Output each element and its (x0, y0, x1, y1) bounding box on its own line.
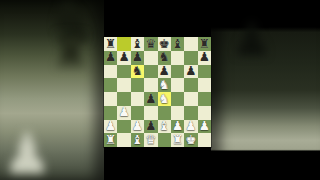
square-e5[interactable]: ♞ (158, 78, 171, 92)
piece-white-pawn: ♟ (172, 120, 183, 133)
piece-white-pawn: ♟ (185, 120, 196, 133)
square-d3[interactable] (144, 106, 157, 120)
square-f8[interactable]: ♝ (171, 37, 184, 51)
square-h6[interactable] (198, 65, 211, 79)
square-f2[interactable]: ♟ (171, 120, 184, 134)
square-f3[interactable] (171, 106, 184, 120)
square-d1[interactable]: ♛ (144, 133, 157, 147)
square-g1[interactable]: ♚ (184, 133, 197, 147)
square-h7[interactable]: ♟ (198, 51, 211, 65)
square-c6[interactable]: ♞ (131, 65, 144, 79)
square-h2[interactable]: ♟ (198, 120, 211, 134)
square-a7[interactable]: ♟ (104, 51, 117, 65)
piece-white-queen: ♛ (145, 133, 156, 146)
piece-black-queen: ♛ (145, 37, 156, 50)
square-g6[interactable]: ♟ (184, 65, 197, 79)
square-f6[interactable] (171, 65, 184, 79)
piece-white-knight: ♞ (159, 92, 170, 105)
square-b2[interactable] (117, 120, 130, 134)
piece-black-rook: ♜ (199, 37, 210, 50)
blurred-left-panel: ♞♜♟ (0, 0, 104, 180)
blurred-white-pawn-icon: ♟ (2, 126, 52, 180)
square-b5[interactable] (117, 78, 130, 92)
square-h8[interactable]: ♜ (198, 37, 211, 51)
square-h1[interactable] (198, 133, 211, 147)
square-b4[interactable] (117, 92, 130, 106)
square-d4[interactable]: ♟ (144, 92, 157, 106)
piece-white-king: ♚ (185, 133, 196, 146)
piece-white-pawn: ♟ (199, 120, 210, 133)
square-f7[interactable] (171, 51, 184, 65)
letterbox-bottom (104, 147, 211, 180)
piece-white-knight: ♞ (159, 78, 170, 91)
square-f4[interactable] (171, 92, 184, 106)
square-g7[interactable] (184, 51, 197, 65)
square-e8[interactable]: ♚ (158, 37, 171, 51)
piece-black-rook: ♜ (105, 37, 116, 50)
square-b6[interactable] (117, 65, 130, 79)
piece-white-rook: ♜ (105, 133, 116, 146)
piece-black-pawn: ♟ (199, 51, 210, 64)
piece-white-bishop: ♝ (132, 133, 143, 146)
blurred-black-rook-icon: ♜ (50, 28, 91, 74)
piece-black-pawn: ♟ (159, 65, 170, 78)
piece-white-bishop: ♝ (159, 120, 170, 133)
square-h5[interactable] (198, 78, 211, 92)
square-e6[interactable]: ♟ (158, 65, 171, 79)
piece-black-king: ♚ (159, 37, 170, 50)
piece-black-pawn: ♟ (145, 92, 156, 105)
square-c1[interactable]: ♝ (131, 133, 144, 147)
square-f1[interactable]: ♜ (171, 133, 184, 147)
square-g8[interactable] (184, 37, 197, 51)
piece-black-knight: ♞ (159, 51, 170, 64)
chess-board: ♜♝♛♚♝♜♟♟♟♞♟♞♟♟♞♟♞♟♟♟♟♝♟♟♟♜♝♛♜♚ (104, 37, 211, 147)
piece-black-pawn: ♟ (132, 51, 143, 64)
square-d7[interactable] (144, 51, 157, 65)
blurred-right-panel: ♟ (211, 0, 320, 180)
square-h4[interactable] (198, 92, 211, 106)
square-a4[interactable] (104, 92, 117, 106)
square-g2[interactable]: ♟ (184, 120, 197, 134)
square-e2[interactable]: ♝ (158, 120, 171, 134)
square-a2[interactable]: ♟ (104, 120, 117, 134)
piece-black-knight: ♞ (132, 65, 143, 78)
square-d2[interactable]: ♟ (144, 120, 157, 134)
piece-black-bishop: ♝ (132, 37, 143, 50)
square-g3[interactable] (184, 106, 197, 120)
square-e1[interactable] (158, 133, 171, 147)
square-h3[interactable] (198, 106, 211, 120)
square-d6[interactable] (144, 65, 157, 79)
letterbox-top (104, 0, 211, 37)
square-a5[interactable] (104, 78, 117, 92)
square-e4[interactable]: ♞ (158, 92, 171, 106)
piece-black-bishop: ♝ (172, 37, 183, 50)
blurred-black-pawn-icon: ♟ (231, 16, 272, 62)
square-a3[interactable] (104, 106, 117, 120)
square-f5[interactable] (171, 78, 184, 92)
square-b8[interactable] (117, 37, 130, 51)
video-frame: ♞♜♟ ♟ ♜♝♛♚♝♜♟♟♟♞♟♞♟♟♞♟♞♟♟♟♟♝♟♟♟♜♝♛♜♚ (0, 0, 320, 180)
square-c5[interactable] (131, 78, 144, 92)
square-g5[interactable] (184, 78, 197, 92)
piece-white-rook: ♜ (172, 133, 183, 146)
square-e3[interactable] (158, 106, 171, 120)
square-a1[interactable]: ♜ (104, 133, 117, 147)
piece-black-pawn: ♟ (118, 51, 129, 64)
square-c2[interactable]: ♟ (131, 120, 144, 134)
square-d8[interactable]: ♛ (144, 37, 157, 51)
piece-white-pawn: ♟ (118, 106, 129, 119)
piece-white-pawn: ♟ (132, 120, 143, 133)
square-c7[interactable]: ♟ (131, 51, 144, 65)
square-e7[interactable]: ♞ (158, 51, 171, 65)
square-b7[interactable]: ♟ (117, 51, 130, 65)
square-c8[interactable]: ♝ (131, 37, 144, 51)
square-b3[interactable]: ♟ (117, 106, 130, 120)
piece-black-pawn: ♟ (105, 51, 116, 64)
square-c3[interactable] (131, 106, 144, 120)
square-c4[interactable] (131, 92, 144, 106)
square-a8[interactable]: ♜ (104, 37, 117, 51)
piece-white-pawn: ♟ (105, 120, 116, 133)
square-a6[interactable] (104, 65, 117, 79)
piece-black-pawn: ♟ (145, 120, 156, 133)
square-g4[interactable] (184, 92, 197, 106)
square-d5[interactable] (144, 78, 157, 92)
square-b1[interactable] (117, 133, 130, 147)
piece-black-pawn: ♟ (185, 65, 196, 78)
